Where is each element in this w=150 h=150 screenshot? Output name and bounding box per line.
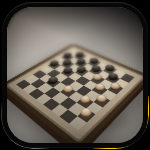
vignette-overlay: [7, 7, 143, 143]
render-scene: [7, 7, 143, 143]
checkers-app-icon[interactable]: [0, 0, 150, 150]
icon-frame: [2, 2, 148, 148]
